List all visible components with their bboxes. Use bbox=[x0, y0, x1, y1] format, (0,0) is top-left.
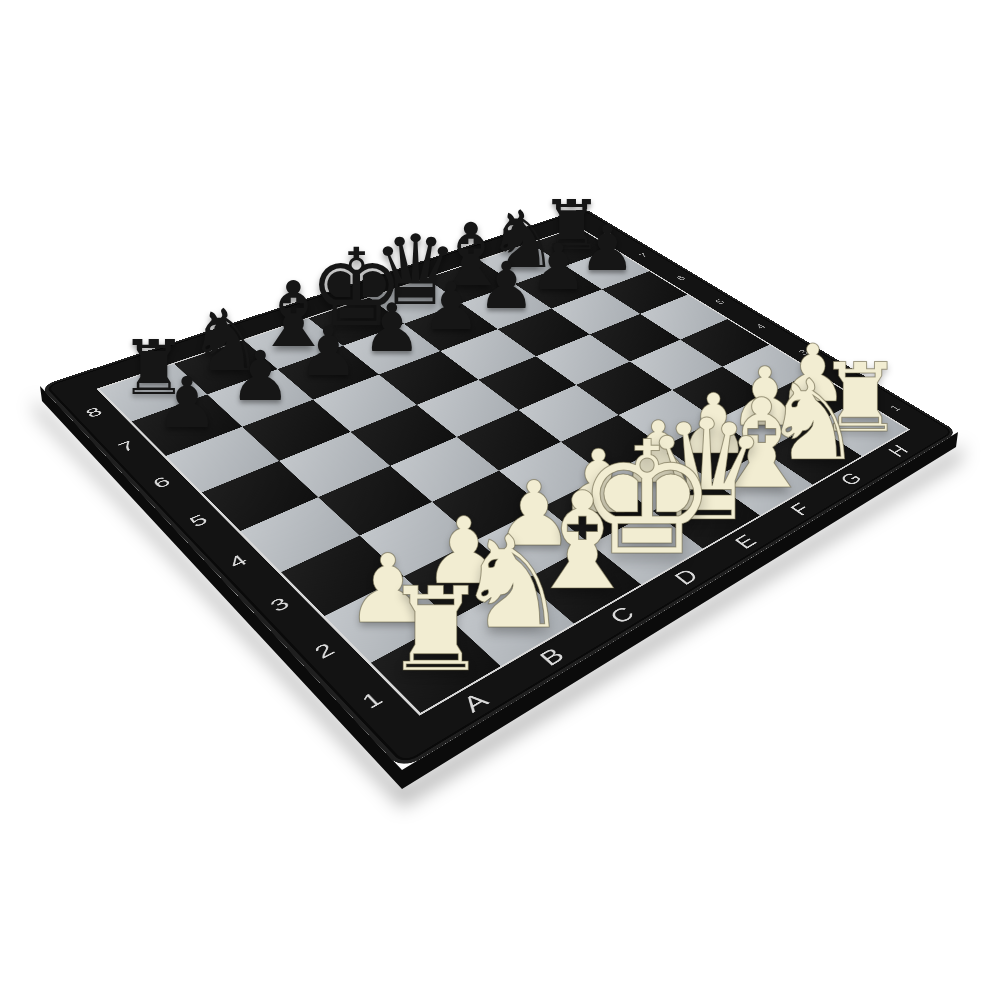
file-label-d: D bbox=[669, 565, 704, 589]
rank-label-left-6: 6 bbox=[149, 474, 175, 492]
file-label-g: G bbox=[835, 469, 867, 489]
rank-label-right-3: 3 bbox=[795, 348, 811, 357]
rank-label-right-7: 7 bbox=[636, 252, 650, 259]
rank-label-right-2: 2 bbox=[840, 375, 856, 384]
rank-label-left-7: 7 bbox=[114, 438, 139, 455]
rank-label-right-4: 4 bbox=[753, 322, 768, 331]
rank-label-left-1: 1 bbox=[357, 688, 388, 714]
rank-label-right-5: 5 bbox=[712, 298, 727, 306]
file-label-c: C bbox=[604, 602, 640, 628]
rank-label-right-6: 6 bbox=[673, 274, 688, 282]
product-photo-stage: ABCDEFGH1122334455667788 ♜♞♟♝♟♛♟♚♟♝♟♞♟♜♟… bbox=[0, 0, 1001, 1001]
rank-label-right-8: 8 bbox=[601, 230, 615, 237]
rank-label-left-8: 8 bbox=[82, 405, 106, 421]
rank-label-left-2: 2 bbox=[310, 639, 340, 663]
file-label-e: E bbox=[730, 531, 763, 553]
rank-label-left-5: 5 bbox=[185, 511, 212, 530]
file-label-f: F bbox=[785, 499, 816, 519]
file-label-a: A bbox=[457, 688, 495, 718]
rank-label-left-4: 4 bbox=[224, 551, 252, 572]
rank-label-right-1: 1 bbox=[886, 403, 903, 413]
file-label-h: H bbox=[883, 442, 913, 461]
file-label-b: B bbox=[534, 643, 570, 671]
rank-label-left-3: 3 bbox=[265, 594, 294, 616]
